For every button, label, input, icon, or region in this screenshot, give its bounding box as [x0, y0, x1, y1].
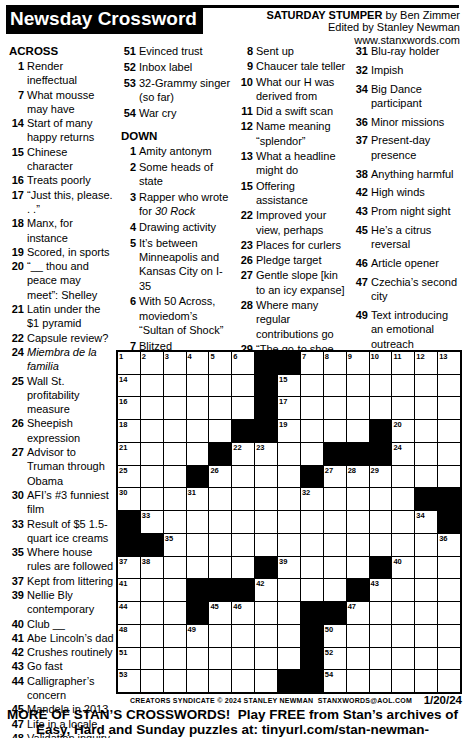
- cell-r8c10[interactable]: [324, 511, 346, 533]
- cell-r9c10[interactable]: [324, 534, 346, 556]
- cell-r4c8[interactable]: 19: [278, 420, 300, 442]
- cell-r15c7[interactable]: [255, 670, 277, 692]
- cell-r3c12[interactable]: [370, 397, 392, 419]
- cell-r8c2[interactable]: 33: [141, 511, 163, 533]
- clue-down-22: 22Improved your view, perhaps: [236, 208, 349, 237]
- cell-r9c7[interactable]: [255, 534, 277, 556]
- cell-r2c14[interactable]: [415, 375, 437, 397]
- clue-text: Sheepish expression: [27, 416, 114, 445]
- cell-r4c11[interactable]: [347, 420, 369, 442]
- cell-r13c13[interactable]: [392, 625, 414, 647]
- cell-r8c5[interactable]: [209, 511, 231, 533]
- cell-r4c10[interactable]: [324, 420, 346, 442]
- black-cell-r15c8: [278, 670, 300, 692]
- cell-r6c8[interactable]: [278, 466, 300, 488]
- cell-r8c6[interactable]: [232, 511, 254, 533]
- cell-r10c9[interactable]: [301, 557, 323, 579]
- cell-r6c5[interactable]: 26: [209, 466, 231, 488]
- cell-r8c4[interactable]: [187, 511, 209, 533]
- cell-number: 27: [325, 466, 333, 475]
- cell-r12c7[interactable]: [255, 602, 277, 624]
- cell-r13c2[interactable]: [141, 625, 163, 647]
- cell-r15c10[interactable]: 54: [324, 670, 346, 692]
- cell-r2c3[interactable]: [164, 375, 186, 397]
- cell-number: 29: [371, 466, 379, 475]
- clue-number: 20: [7, 259, 27, 302]
- cell-r6c1[interactable]: 25: [118, 466, 140, 488]
- cell-r15c4[interactable]: [187, 670, 209, 692]
- cell-r14c12[interactable]: [370, 648, 392, 670]
- black-cell-r1c8: [278, 352, 300, 374]
- clue-text: Improved your view, perhaps: [256, 208, 349, 237]
- cell-r5c8[interactable]: [278, 443, 300, 465]
- clue-across-17: 17“Just this, please. . .”: [7, 188, 114, 217]
- clue-text: Blu-ray holder: [371, 44, 463, 58]
- clue-text: Render ineffectual: [27, 59, 114, 88]
- clue-text: With 50 Across, moviedom’s “Sultan of Sh…: [139, 294, 233, 337]
- clue-across-21: 21Latin under the $1 pyramid: [7, 302, 114, 331]
- clue-text: Advisor to Truman through Obama: [27, 445, 114, 488]
- clue-text: Start of many happy returns: [27, 116, 114, 145]
- cell-r15c6[interactable]: [232, 670, 254, 692]
- black-cell-r6c4: [187, 466, 209, 488]
- clue-text: Kept from littering: [27, 574, 114, 588]
- cell-r9c12[interactable]: [370, 534, 392, 556]
- cell-r2c5[interactable]: [209, 375, 231, 397]
- cell-r8c9[interactable]: [301, 511, 323, 533]
- cell-r9c13[interactable]: [392, 534, 414, 556]
- clue-number: 12: [236, 119, 256, 148]
- cell-number: 52: [325, 648, 333, 657]
- cell-r2c4[interactable]: [187, 375, 209, 397]
- clue-down-37: 37Present-day presence: [351, 133, 463, 162]
- cell-r10c10[interactable]: [324, 557, 346, 579]
- cell-r3c6[interactable]: [232, 397, 254, 419]
- cell-r10c2[interactable]: 38: [141, 557, 163, 579]
- clue-down-2: 2Some heads of state: [119, 160, 233, 189]
- clue-text: Where house rules are followed: [27, 545, 114, 574]
- cell-r1c2[interactable]: 2: [141, 352, 163, 374]
- cell-r14c11[interactable]: [347, 648, 369, 670]
- cell-r14c3[interactable]: [164, 648, 186, 670]
- cell-r12c11[interactable]: 47: [347, 602, 369, 624]
- cell-r8c12[interactable]: [370, 511, 392, 533]
- clue-across-37: 37Kept from littering: [7, 574, 114, 588]
- clue-number: 52: [119, 60, 139, 74]
- clue-down-27: 27Gentle slope [kin to an icy expanse]: [236, 268, 349, 297]
- cell-r13c11[interactable]: [347, 625, 369, 647]
- cell-r9c11[interactable]: [347, 534, 369, 556]
- clue-number: 37: [351, 133, 371, 162]
- clue-across-18: 18Manx, for instance: [7, 216, 114, 245]
- cell-r2c10[interactable]: [324, 375, 346, 397]
- cell-r4c5[interactable]: [209, 420, 231, 442]
- cell-r13c14[interactable]: [415, 625, 437, 647]
- cell-r15c14[interactable]: [415, 670, 437, 692]
- cell-number: 32: [302, 488, 310, 497]
- clue-text: Offering assistance: [256, 179, 349, 208]
- cell-r7c11[interactable]: [347, 488, 369, 510]
- clue-number: 22: [7, 331, 27, 345]
- clue-number: 7: [7, 88, 27, 117]
- cell-r9c4[interactable]: [187, 534, 209, 556]
- clue-number: 54: [119, 106, 139, 120]
- cell-r7c13[interactable]: [392, 488, 414, 510]
- clue-number: 31: [351, 44, 371, 58]
- cell-r8c14[interactable]: 34: [415, 511, 437, 533]
- cell-number: 35: [165, 534, 173, 543]
- cell-r8c11[interactable]: [347, 511, 369, 533]
- clue-down-45: 45He’s a citrus reversal: [351, 223, 463, 252]
- cell-r1c12[interactable]: 10: [370, 352, 392, 374]
- cell-r5c2[interactable]: [141, 443, 163, 465]
- cell-r15c11[interactable]: [347, 670, 369, 692]
- cell-r5c6[interactable]: 22: [232, 443, 254, 465]
- cell-r3c14[interactable]: [415, 397, 437, 419]
- cell-r2c6[interactable]: [232, 375, 254, 397]
- cell-number: 50: [325, 625, 333, 634]
- cell-r4c2[interactable]: [141, 420, 163, 442]
- cell-number: 40: [393, 557, 401, 566]
- clue-text: High winds: [371, 185, 463, 199]
- cell-number: 53: [119, 670, 127, 679]
- cell-r6c7[interactable]: [255, 466, 277, 488]
- cell-number: 3: [165, 352, 169, 361]
- clue-number: 27: [236, 268, 256, 297]
- across-clues-part2: 51Evinced trust52Inbox label5332-Grammy …: [119, 44, 233, 120]
- cell-r5c15[interactable]: [438, 443, 460, 465]
- cell-r4c14[interactable]: [415, 420, 437, 442]
- cell-r4c15[interactable]: [438, 420, 460, 442]
- cell-r2c12[interactable]: [370, 375, 392, 397]
- cell-r15c13[interactable]: [392, 670, 414, 692]
- cell-r12c2[interactable]: [141, 602, 163, 624]
- black-cell-r5c5: [209, 443, 231, 465]
- cell-r7c8[interactable]: [278, 488, 300, 510]
- cell-r14c8[interactable]: [278, 648, 300, 670]
- black-cell-r10c7: [255, 557, 277, 579]
- cell-r2c8[interactable]: 15: [278, 375, 300, 397]
- cell-r13c4[interactable]: 49: [187, 625, 209, 647]
- cell-r14c1[interactable]: 51: [118, 648, 140, 670]
- cell-r3c5[interactable]: [209, 397, 231, 419]
- cell-r9c9[interactable]: [301, 534, 323, 556]
- cell-number: 38: [142, 557, 150, 566]
- clue-column-4: 31Blu-ray holder32Impish34Big Dance part…: [351, 44, 463, 374]
- cell-r12c6[interactable]: 46: [232, 602, 254, 624]
- cell-r1c5[interactable]: 5: [209, 352, 231, 374]
- cell-r12c5[interactable]: 45: [209, 602, 231, 624]
- cell-r15c15[interactable]: [438, 670, 460, 692]
- cell-r6c15[interactable]: [438, 466, 460, 488]
- cell-r11c1[interactable]: 41: [118, 579, 140, 601]
- cell-r10c15[interactable]: [438, 557, 460, 579]
- cell-r13c3[interactable]: [164, 625, 186, 647]
- cell-r14c13[interactable]: [392, 648, 414, 670]
- cell-number: 24: [393, 443, 401, 452]
- cell-r5c4[interactable]: [187, 443, 209, 465]
- cell-r9c5[interactable]: [209, 534, 231, 556]
- cell-number: 31: [188, 488, 196, 497]
- clue-number: 41: [7, 631, 27, 645]
- clue-number: 42: [351, 185, 371, 199]
- cell-r6c11[interactable]: 28: [347, 466, 369, 488]
- cell-r7c7[interactable]: [255, 488, 277, 510]
- clue-down-13: 13What a headline might do: [236, 149, 349, 178]
- cell-r6c13[interactable]: [392, 466, 414, 488]
- cell-r15c1[interactable]: 53: [118, 670, 140, 692]
- cell-r13c15[interactable]: [438, 625, 460, 647]
- cell-r7c5[interactable]: [209, 488, 231, 510]
- cell-r2c11[interactable]: [347, 375, 369, 397]
- cell-r14c2[interactable]: [141, 648, 163, 670]
- cell-r13c12[interactable]: [370, 625, 392, 647]
- clue-number: 21: [7, 302, 27, 331]
- clue-number: 22: [236, 208, 256, 237]
- cell-r14c4[interactable]: [187, 648, 209, 670]
- clue-number: 30: [7, 488, 27, 517]
- cell-r8c3[interactable]: [164, 511, 186, 533]
- cell-r2c9[interactable]: [301, 375, 323, 397]
- black-cell-r4c6: [232, 420, 254, 442]
- cell-r8c7[interactable]: [255, 511, 277, 533]
- cell-r6c14[interactable]: [415, 466, 437, 488]
- cell-r10c14[interactable]: [415, 557, 437, 579]
- cell-number: 43: [371, 579, 379, 588]
- cell-r11c2[interactable]: [141, 579, 163, 601]
- cell-r11c13[interactable]: [392, 579, 414, 601]
- clue-number: 4: [119, 220, 139, 234]
- cell-r15c2[interactable]: [141, 670, 163, 692]
- cell-r4c4[interactable]: [187, 420, 209, 442]
- cell-r1c6[interactable]: 6: [232, 352, 254, 374]
- cell-r9c3[interactable]: 35: [164, 534, 186, 556]
- clue-across-54: 54War cry: [119, 106, 233, 120]
- cell-r3c4[interactable]: [187, 397, 209, 419]
- cell-r5c1[interactable]: 21: [118, 443, 140, 465]
- cell-r5c7[interactable]: 23: [255, 443, 277, 465]
- byline: by Ben Zimmer: [382, 9, 460, 21]
- cell-r4c13[interactable]: 20: [392, 420, 414, 442]
- clue-text: Manx, for instance: [27, 216, 114, 245]
- clue-text: Amity antonym: [139, 144, 233, 158]
- clue-text: Czechia’s second city: [371, 275, 463, 304]
- cell-r9c6[interactable]: [232, 534, 254, 556]
- cell-r3c2[interactable]: [141, 397, 163, 419]
- clue-across-19: 19Scored, in sports: [7, 245, 114, 259]
- cell-r2c13[interactable]: [392, 375, 414, 397]
- cell-r3c15[interactable]: [438, 397, 460, 419]
- clue-text: Abe Lincoln’s dad: [27, 631, 114, 645]
- cell-r2c15[interactable]: [438, 375, 460, 397]
- clue-number: 17: [7, 188, 27, 217]
- cell-r12c3[interactable]: [164, 602, 186, 624]
- cell-r14c7[interactable]: [255, 648, 277, 670]
- cell-r7c3[interactable]: [164, 488, 186, 510]
- cell-r6c10[interactable]: 27: [324, 466, 346, 488]
- cell-r3c13[interactable]: [392, 397, 414, 419]
- cell-r14c15[interactable]: [438, 648, 460, 670]
- cell-r1c15[interactable]: 13: [438, 352, 460, 374]
- cell-r13c7[interactable]: [255, 625, 277, 647]
- cell-r13c6[interactable]: [232, 625, 254, 647]
- cell-number: 11: [393, 352, 401, 361]
- clue-across-22: 22Capsule review?: [7, 331, 114, 345]
- puzzle-header: SATURDAY STUMPER by Ben Zimmer Edited by…: [266, 9, 460, 46]
- cell-r14c5[interactable]: [209, 648, 231, 670]
- clue-number: 9: [236, 59, 256, 73]
- cell-number: 51: [119, 648, 127, 657]
- clue-number: 19: [7, 245, 27, 259]
- cell-r12c8[interactable]: [278, 602, 300, 624]
- cell-r15c12[interactable]: [370, 670, 392, 692]
- clue-number: 16: [7, 173, 27, 187]
- cell-r12c15[interactable]: [438, 602, 460, 624]
- cell-r8c13[interactable]: [392, 511, 414, 533]
- cell-r11c12[interactable]: 43: [370, 579, 392, 601]
- cell-r10c13[interactable]: 40: [392, 557, 414, 579]
- cell-r1c13[interactable]: 11: [392, 352, 414, 374]
- clue-number: 35: [7, 545, 27, 574]
- cell-r4c9[interactable]: [301, 420, 323, 442]
- cell-r7c10[interactable]: [324, 488, 346, 510]
- cell-r11c7[interactable]: 42: [255, 579, 277, 601]
- cell-r9c8[interactable]: [278, 534, 300, 556]
- cell-r1c14[interactable]: 12: [415, 352, 437, 374]
- cell-r7c12[interactable]: [370, 488, 392, 510]
- cell-r12c1[interactable]: 44: [118, 602, 140, 624]
- cell-r13c5[interactable]: [209, 625, 231, 647]
- cell-r9c14[interactable]: [415, 534, 437, 556]
- cell-r9c15[interactable]: 36: [438, 534, 460, 556]
- cell-r8c8[interactable]: [278, 511, 300, 533]
- cell-r6c12[interactable]: 29: [370, 466, 392, 488]
- cell-r12c13[interactable]: [392, 602, 414, 624]
- cell-r4c3[interactable]: [164, 420, 186, 442]
- cell-r5c9[interactable]: [301, 443, 323, 465]
- cell-r11c8[interactable]: [278, 579, 300, 601]
- cell-r7c1[interactable]: 30: [118, 488, 140, 510]
- cell-number: 21: [119, 443, 127, 452]
- cell-number: 2: [142, 352, 146, 361]
- cell-r5c13[interactable]: 24: [392, 443, 414, 465]
- cell-r11c3[interactable]: [164, 579, 186, 601]
- cell-r3c1[interactable]: 16: [118, 397, 140, 419]
- cell-r15c5[interactable]: [209, 670, 231, 692]
- cell-r4c1[interactable]: 18: [118, 420, 140, 442]
- cell-r12c14[interactable]: [415, 602, 437, 624]
- cell-r1c9[interactable]: 7: [301, 352, 323, 374]
- cell-r12c12[interactable]: [370, 602, 392, 624]
- clue-down-12: 12Name meaning “splendor”: [236, 119, 349, 148]
- cell-r11c14[interactable]: [415, 579, 437, 601]
- cell-r6c3[interactable]: [164, 466, 186, 488]
- cell-r14c10[interactable]: 52: [324, 648, 346, 670]
- cell-r6c6[interactable]: [232, 466, 254, 488]
- clue-down-1: 1Amity antonym: [119, 144, 233, 158]
- cell-r5c3[interactable]: [164, 443, 186, 465]
- cell-r1c10[interactable]: 8: [324, 352, 346, 374]
- cell-r6c2[interactable]: [141, 466, 163, 488]
- cell-r3c9[interactable]: [301, 397, 323, 419]
- cell-r1c11[interactable]: 9: [347, 352, 369, 374]
- clue-text: Capsule review?: [27, 331, 114, 345]
- cell-r13c1[interactable]: 48: [118, 625, 140, 647]
- cell-r11c15[interactable]: [438, 579, 460, 601]
- cell-r10c3[interactable]: [164, 557, 186, 579]
- cell-r11c10[interactable]: [324, 579, 346, 601]
- cell-r10c11[interactable]: [347, 557, 369, 579]
- promo-line2: Easy, Hard and Sunday puzzles at: tinyur…: [0, 723, 465, 738]
- editor-line: Edited by Stanley Newman: [266, 21, 460, 33]
- clue-number: 39: [7, 588, 27, 617]
- clue-down-5: 5It’s between Minneapolis and Kansas Cit…: [119, 236, 233, 293]
- black-cell-r11c11: [347, 579, 369, 601]
- clue-text: 32-Grammy singer (so far): [139, 76, 233, 105]
- clue-number: 14: [7, 116, 27, 145]
- clue-text: Prom night sight: [371, 204, 463, 218]
- cell-number: 36: [439, 534, 447, 543]
- clue-number: 36: [351, 115, 371, 129]
- cell-r15c3[interactable]: [164, 670, 186, 692]
- clue-text: War cry: [139, 106, 233, 120]
- cell-r14c6[interactable]: [232, 648, 254, 670]
- clue-text: What mousse may have: [27, 88, 114, 117]
- cell-r7c9[interactable]: 32: [301, 488, 323, 510]
- cell-r10c8[interactable]: 39: [278, 557, 300, 579]
- cell-r10c5[interactable]: [209, 557, 231, 579]
- clue-down-23: 23Places for curlers: [236, 238, 349, 252]
- clue-text: Scored, in sports: [27, 245, 114, 259]
- black-cell-r9c1: [118, 534, 140, 556]
- black-cell-r12c4: [187, 602, 209, 624]
- cell-r3c11[interactable]: [347, 397, 369, 419]
- cell-r13c10[interactable]: 50: [324, 625, 346, 647]
- cell-r10c1[interactable]: 37: [118, 557, 140, 579]
- cell-r7c6[interactable]: [232, 488, 254, 510]
- clue-column-2: 51Evinced trust52Inbox label5332-Grammy …: [119, 44, 233, 355]
- cell-r11c9[interactable]: [301, 579, 323, 601]
- clue-across-41: 41Abe Lincoln’s dad: [7, 631, 114, 645]
- clue-down-10: 10What our H was derived from: [236, 75, 349, 104]
- cell-r3c10[interactable]: [324, 397, 346, 419]
- cell-r10c4[interactable]: [187, 557, 209, 579]
- cell-r3c3[interactable]: [164, 397, 186, 419]
- cell-r1c1[interactable]: 1: [118, 352, 140, 374]
- cell-r13c8[interactable]: [278, 625, 300, 647]
- clue-across-44: 44Calligrapher’s concern: [7, 674, 114, 703]
- cell-number: 37: [119, 557, 127, 566]
- black-cell-r15c9: [301, 670, 323, 692]
- cell-r10c6[interactable]: [232, 557, 254, 579]
- clue-text: Go fast: [27, 659, 114, 673]
- clue-text: Crushes routinely: [27, 645, 114, 659]
- cell-r7c2[interactable]: [141, 488, 163, 510]
- clue-number: 34: [351, 82, 371, 111]
- cell-r1c4[interactable]: 4: [187, 352, 209, 374]
- cell-r1c3[interactable]: 3: [164, 352, 186, 374]
- cell-r2c2[interactable]: [141, 375, 163, 397]
- cell-r2c1[interactable]: 14: [118, 375, 140, 397]
- cell-r7c4[interactable]: 31: [187, 488, 209, 510]
- clue-number: 26: [7, 416, 27, 445]
- cell-r14c14[interactable]: [415, 648, 437, 670]
- clue-text: Drawing activity: [139, 220, 233, 234]
- clue-text: Places for curlers: [256, 238, 349, 252]
- cell-r3c8[interactable]: 17: [278, 397, 300, 419]
- cell-r5c14[interactable]: [415, 443, 437, 465]
- clue-number: 26: [236, 253, 256, 267]
